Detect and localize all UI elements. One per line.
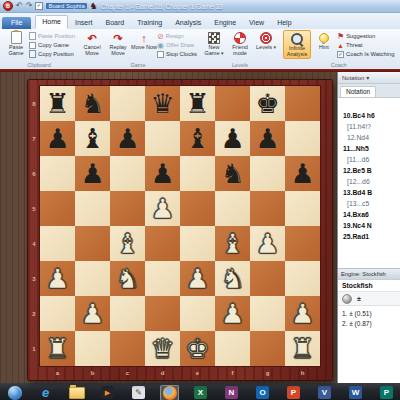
target-icon xyxy=(260,32,272,44)
square-g6[interactable] xyxy=(250,156,285,191)
rank-label-1: 1 xyxy=(28,331,40,366)
white-pawn: ♟ xyxy=(75,296,110,331)
infinite-analysis-label: Infinite Analysis xyxy=(284,45,310,57)
taskbar-visio[interactable]: V xyxy=(315,385,334,400)
cancel-move-arrow-icon: ↶ xyxy=(87,31,96,44)
lightbulb-icon xyxy=(319,33,329,43)
white-pawn: ♟ xyxy=(145,191,180,226)
file-label-f: f xyxy=(215,367,250,378)
square-d5[interactable]: ♟ xyxy=(145,191,180,226)
taskbar-excel[interactable]: X xyxy=(191,385,210,400)
rank-label-6: 6 xyxy=(28,156,40,191)
square-h2[interactable]: ♟ xyxy=(285,296,320,331)
white-queen: ♛ xyxy=(145,331,180,366)
coach-group-label: Coach xyxy=(283,62,394,69)
resign-icon: ⊘ xyxy=(157,32,164,41)
chevron-down-icon: ▾ xyxy=(366,74,369,81)
notation-tab-strip: Notation xyxy=(338,84,400,98)
onenote-icon: N xyxy=(225,386,238,399)
square-d6[interactable]: ♟ xyxy=(145,156,180,191)
square-c6[interactable] xyxy=(110,156,145,191)
offer-draw-label: Offer Draw xyxy=(166,42,194,48)
tab-help[interactable]: Help xyxy=(271,17,297,29)
taskbar-firefox[interactable] xyxy=(160,385,179,400)
visio-icon: V xyxy=(318,386,331,399)
paste-position-button[interactable]: Paste Position xyxy=(29,32,75,40)
replay-move-button[interactable]: ↷ Replay Move xyxy=(105,30,131,57)
square-a1[interactable]: ♜ xyxy=(40,331,75,366)
white-pawn: ♟ xyxy=(285,296,320,331)
right-panel: Notation ▾ Notation 10.Bc4 h6[11.h4!?12.… xyxy=(337,72,400,383)
start-button-icon xyxy=(8,386,22,400)
quick-access-badge: Board Sophia xyxy=(46,3,86,9)
paste-game-label: Paste Game xyxy=(3,44,29,56)
square-b4[interactable] xyxy=(75,226,110,261)
powerpoint-icon: P xyxy=(287,386,300,399)
notation-panel-header[interactable]: Notation ▾ xyxy=(338,72,400,84)
notation-move[interactable]: [11.h4!? xyxy=(343,121,400,132)
rank-label-2: 2 xyxy=(28,296,40,331)
square-e2[interactable] xyxy=(180,296,215,331)
file-label-d: d xyxy=(145,367,180,378)
file-label-g: g xyxy=(250,367,285,378)
clipboard-group-label: Clipboard xyxy=(3,62,75,69)
engine-sphere-icon[interactable] xyxy=(342,294,352,304)
square-h8[interactable] xyxy=(285,86,320,121)
square-g7[interactable]: ♟ xyxy=(250,121,285,156)
square-f8[interactable] xyxy=(215,86,250,121)
engine-line[interactable]: 2. ± (0.87) xyxy=(342,319,400,329)
square-a3[interactable]: ♟ xyxy=(40,261,75,296)
move-now-button[interactable]: ↑ Move Now xyxy=(131,30,157,51)
square-d4[interactable] xyxy=(145,226,180,261)
taskbar-media-player[interactable]: ▶ xyxy=(98,385,117,400)
copy-position-icon xyxy=(29,50,36,58)
notation-move-list: 10.Bc4 h6[11.h4!?12.Nd411...Nh5[11...d61… xyxy=(338,98,400,268)
resign-button[interactable]: ⊘ Resign xyxy=(157,32,197,40)
square-f3[interactable]: ♞ xyxy=(215,261,250,296)
copy-game-button[interactable]: Copy Game xyxy=(29,41,75,49)
white-pawn: ♟ xyxy=(40,261,75,296)
square-d1[interactable]: ♛ xyxy=(145,331,180,366)
main-area: 87654321 ♜♞♛♜♚♟♝♟♝♟♟♟♟♞♟♟♝♝♟♟♞♟♞♟♟♟♜♛♚♜ … xyxy=(0,72,400,383)
notation-move[interactable]: [13...c5 xyxy=(343,198,400,209)
square-g2[interactable] xyxy=(250,296,285,331)
new-game-button[interactable]: New Game ▾ xyxy=(201,30,227,58)
engine-name: Stockfish xyxy=(338,280,400,292)
title-bar: B ↶ ↷ Board Sophia ♞ Chapter 1 - Game 18… xyxy=(0,0,400,13)
group-database: Database xyxy=(396,30,400,69)
levels-button[interactable]: Levels ▾ xyxy=(253,30,279,52)
group-game: ↶ Cancel Move ↷ Replay Move ↑ Move Now ⊘… xyxy=(77,30,199,69)
rank-label-4: 4 xyxy=(28,226,40,261)
notation-move[interactable]: 25.Rad1 xyxy=(343,231,400,242)
app-icon[interactable]: B xyxy=(3,1,13,11)
taskbar-onenote[interactable]: N xyxy=(222,385,241,400)
square-f4[interactable]: ♝ xyxy=(215,226,250,261)
square-g4[interactable]: ♟ xyxy=(250,226,285,261)
taskbar-internet-explorer[interactable]: e xyxy=(36,385,55,400)
square-h5[interactable] xyxy=(285,191,320,226)
move-now-arrow-icon: ↑ xyxy=(141,31,147,44)
square-g1[interactable] xyxy=(250,331,285,366)
tab-file[interactable]: File xyxy=(2,17,31,29)
engine-toolbar: ± xyxy=(338,292,400,306)
clipboard-icon xyxy=(11,31,22,44)
paint-icon: ✎ xyxy=(132,386,145,399)
chevron-down-icon: ▾ xyxy=(273,44,276,50)
square-g3[interactable] xyxy=(250,261,285,296)
tab-view[interactable]: View xyxy=(243,17,270,29)
infinite-analysis-button[interactable]: Infinite Analysis xyxy=(283,30,311,59)
black-bishop: ♝ xyxy=(180,121,215,156)
square-g5[interactable] xyxy=(250,191,285,226)
taskbar-outlook[interactable]: O xyxy=(253,385,272,400)
window-title: Chapter 1 - Game 18, Chapter 1 Game 18 xyxy=(101,3,223,10)
black-rook: ♜ xyxy=(40,86,75,121)
checked-checkbox-icon xyxy=(337,51,344,58)
undo-icon[interactable]: ↶ xyxy=(16,1,23,11)
notation-move[interactable]: 19.Nc4 N xyxy=(343,220,400,231)
game-group-label: Game xyxy=(79,62,197,69)
white-knight: ♞ xyxy=(215,261,250,296)
black-pawn: ♟ xyxy=(215,121,250,156)
levels-group-label: Levels xyxy=(201,62,279,69)
stop-clocks-label: Stop Clocks xyxy=(166,51,197,57)
copy-position-label: Copy Position xyxy=(38,51,74,57)
cancel-move-label: Cancel Move xyxy=(79,44,105,56)
square-b8[interactable]: ♞ xyxy=(75,86,110,121)
square-c4[interactable]: ♝ xyxy=(110,226,145,261)
paste-game-button[interactable]: Paste Game xyxy=(3,30,29,57)
square-f6[interactable]: ♞ xyxy=(215,156,250,191)
notation-move[interactable]: 13.Bd4 B xyxy=(343,187,400,198)
square-c7[interactable]: ♟ xyxy=(110,121,145,156)
notation-move[interactable]: 10.Bc4 h6 xyxy=(343,110,400,121)
black-pawn: ♟ xyxy=(75,156,110,191)
square-h1[interactable]: ♜ xyxy=(285,331,320,366)
square-a2[interactable] xyxy=(40,296,75,331)
rank-labels: 87654321 xyxy=(28,86,40,366)
tab-notation[interactable]: Notation xyxy=(340,86,376,97)
rank-label-7: 7 xyxy=(28,121,40,156)
new-game-label: New Game xyxy=(204,44,219,56)
square-a5[interactable] xyxy=(40,191,75,226)
tab-analysis[interactable]: Analysis xyxy=(169,17,207,29)
suggestion-button[interactable]: ⚑ Suggestion xyxy=(337,32,394,40)
internet-explorer-icon: e xyxy=(42,385,49,400)
square-h3[interactable] xyxy=(285,261,320,296)
square-e1[interactable]: ♚ xyxy=(180,331,215,366)
black-knight: ♞ xyxy=(75,86,110,121)
file-label-c: c xyxy=(110,367,145,378)
file-label-e: e xyxy=(180,367,215,378)
copy-game-checkbox-icon xyxy=(29,42,36,49)
group-coach: Infinite Analysis Hint ⚑ Suggestion ▲ Th… xyxy=(281,30,396,69)
square-f1[interactable] xyxy=(215,331,250,366)
square-d3[interactable] xyxy=(145,261,180,296)
eval-symbol: ± xyxy=(357,295,361,302)
square-e5[interactable] xyxy=(180,191,215,226)
flag-icon: ⚑ xyxy=(337,32,344,41)
application-window: B ↶ ↷ Board Sophia ♞ Chapter 1 - Game 18… xyxy=(0,0,400,400)
square-b3[interactable] xyxy=(75,261,110,296)
taskbar-file-explorer[interactable] xyxy=(67,385,86,400)
square-c5[interactable] xyxy=(110,191,145,226)
file-label-a: a xyxy=(40,367,75,378)
square-g8[interactable]: ♚ xyxy=(250,86,285,121)
rank-label-8: 8 xyxy=(28,86,40,121)
chess-board: ♜♞♛♜♚♟♝♟♝♟♟♟♟♞♟♟♝♝♟♟♞♟♞♟♟♟♜♛♚♜ xyxy=(40,86,320,366)
file-label-b: b xyxy=(75,367,110,378)
copy-position-button[interactable]: Copy Position xyxy=(29,50,75,58)
square-b7[interactable]: ♝ xyxy=(75,121,110,156)
friend-mode-button[interactable]: Friend mode xyxy=(227,30,253,57)
square-b6[interactable]: ♟ xyxy=(75,156,110,191)
square-e4[interactable] xyxy=(180,226,215,261)
black-bishop: ♝ xyxy=(75,121,110,156)
windows-taskbar: e▶✎XNOPVWP xyxy=(0,383,400,400)
tab-home[interactable]: Home xyxy=(35,15,68,29)
engine-panel-header[interactable]: Engine: Stockfish xyxy=(338,268,400,280)
white-knight: ♞ xyxy=(110,261,145,296)
square-d8[interactable]: ♛ xyxy=(145,86,180,121)
publisher-icon: P xyxy=(380,386,393,399)
chevron-down-icon: ▾ xyxy=(221,50,224,56)
ribbon-tab-strip: FileHomeInsertBoardTrainingAnalysisEngin… xyxy=(0,13,400,29)
square-b2[interactable]: ♟ xyxy=(75,296,110,331)
stop-clocks-checkbox[interactable]: Stop Clocks xyxy=(157,50,197,58)
offer-draw-icon: ◉ xyxy=(157,41,164,50)
suggestion-label: Suggestion xyxy=(346,33,375,39)
tab-training[interactable]: Training xyxy=(131,17,168,29)
knight-document-icon: ♞ xyxy=(90,1,98,11)
redo-icon[interactable]: ↷ xyxy=(26,1,33,11)
rank-label-3: 3 xyxy=(28,261,40,296)
outlook-icon: O xyxy=(256,386,269,399)
square-c3[interactable]: ♞ xyxy=(110,261,145,296)
chessboard-icon xyxy=(208,32,220,44)
notation-move[interactable]: [12...d6 xyxy=(343,176,400,187)
word-icon: W xyxy=(349,386,362,399)
notation-move[interactable]: [11...d6 xyxy=(343,154,400,165)
white-bishop: ♝ xyxy=(215,226,250,261)
cancel-move-button[interactable]: ↶ Cancel Move xyxy=(79,30,105,57)
threat-label: Threat xyxy=(346,42,363,48)
stop-clocks-checkbox-icon xyxy=(157,51,164,58)
square-c2[interactable] xyxy=(110,296,145,331)
square-h7[interactable] xyxy=(285,121,320,156)
square-f7[interactable]: ♟ xyxy=(215,121,250,156)
levels-label: Levels xyxy=(256,44,272,50)
lifebuoy-icon xyxy=(234,32,246,44)
white-bishop: ♝ xyxy=(110,226,145,261)
notation-move[interactable]: 14.Bxa6 xyxy=(343,209,400,220)
square-a4[interactable] xyxy=(40,226,75,261)
file-labels: abcdefgh xyxy=(40,367,320,378)
square-e7[interactable]: ♝ xyxy=(180,121,215,156)
white-rook: ♜ xyxy=(285,331,320,366)
copy-game-label: Copy Game xyxy=(38,42,69,48)
taskbar-paint[interactable]: ✎ xyxy=(129,385,148,400)
square-h4[interactable] xyxy=(285,226,320,261)
tab-insert[interactable]: Insert xyxy=(69,17,99,29)
square-c8[interactable] xyxy=(110,86,145,121)
square-d7[interactable] xyxy=(145,121,180,156)
square-f5[interactable] xyxy=(215,191,250,226)
magnifier-icon xyxy=(291,33,303,45)
move-now-label: Move Now xyxy=(131,44,157,50)
taskbar-powerpoint[interactable]: P xyxy=(284,385,303,400)
replay-move-arrow-icon: ↷ xyxy=(113,31,122,44)
square-e8[interactable]: ♜ xyxy=(180,86,215,121)
white-king: ♚ xyxy=(180,331,215,366)
black-pawn: ♟ xyxy=(250,121,285,156)
file-explorer-icon xyxy=(69,387,85,399)
square-d2[interactable] xyxy=(145,296,180,331)
white-rook: ♜ xyxy=(40,331,75,366)
notation-panel-title: Notation xyxy=(342,75,364,81)
square-c1[interactable] xyxy=(110,331,145,366)
square-b5[interactable] xyxy=(75,191,110,226)
notation-move[interactable]: 12.Nd4 xyxy=(343,132,400,143)
black-pawn: ♟ xyxy=(285,156,320,191)
coach-is-watching-label: Coach Is Watching xyxy=(346,51,394,57)
square-h6[interactable]: ♟ xyxy=(285,156,320,191)
hint-button[interactable]: Hint xyxy=(311,30,337,51)
engine-line[interactable]: 1. ± (0.51) xyxy=(342,309,400,319)
excel-icon: X xyxy=(194,386,207,399)
square-b1[interactable] xyxy=(75,331,110,366)
black-queen: ♛ xyxy=(145,86,180,121)
square-e6[interactable] xyxy=(180,156,215,191)
tab-board[interactable]: Board xyxy=(99,17,130,29)
taskbar-word[interactable]: W xyxy=(346,385,365,400)
square-f2[interactable]: ♟ xyxy=(215,296,250,331)
tab-engine[interactable]: Engine xyxy=(208,17,242,29)
square-e3[interactable]: ♟ xyxy=(180,261,215,296)
resign-label: Resign xyxy=(166,33,184,39)
black-knight: ♞ xyxy=(215,156,250,191)
black-pawn: ♟ xyxy=(145,156,180,191)
page-icon xyxy=(29,32,36,40)
rank-label-5: 5 xyxy=(28,191,40,226)
warning-triangle-icon: ▲ xyxy=(337,42,344,49)
white-pawn: ♟ xyxy=(250,226,285,261)
notation-move[interactable]: 11...Nh5 xyxy=(343,143,400,154)
threat-button[interactable]: ▲ Threat xyxy=(337,41,394,49)
white-pawn: ♟ xyxy=(180,261,215,296)
notation-move[interactable]: 12.Be5 B xyxy=(343,165,400,176)
engine-eval-lines: 1. ± (0.51)2. ± (0.87) xyxy=(338,306,400,383)
group-levels: New Game ▾ Friend mode Levels ▾ Levels xyxy=(199,30,281,69)
offer-draw-button[interactable]: ◉ Offer Draw xyxy=(157,41,197,49)
quick-access-checkbox-icon[interactable] xyxy=(35,2,43,10)
group-clipboard: Paste Game Paste Position Copy Game Copy… xyxy=(1,30,77,69)
chess-board-frame: 87654321 ♜♞♛♜♚♟♝♟♝♟♟♟♟♞♟♟♝♝♟♟♞♟♞♟♟♟♜♛♚♜ … xyxy=(28,80,332,380)
black-pawn: ♟ xyxy=(110,121,145,156)
media-player-icon: ▶ xyxy=(101,386,114,399)
ribbon: Paste Game Paste Position Copy Game Copy… xyxy=(0,29,400,69)
coach-is-watching-checkbox[interactable]: Coach Is Watching xyxy=(337,50,394,58)
hint-label: Hint xyxy=(319,44,329,50)
black-pawn: ♟ xyxy=(40,121,75,156)
firefox-icon xyxy=(163,386,177,400)
file-label-h: h xyxy=(285,367,320,378)
paste-position-label: Paste Position xyxy=(38,33,75,39)
black-rook: ♜ xyxy=(180,86,215,121)
replay-move-label: Replay Move xyxy=(105,44,131,56)
taskbar-start-button[interactable] xyxy=(5,385,24,400)
white-pawn: ♟ xyxy=(215,296,250,331)
square-a8[interactable]: ♜ xyxy=(40,86,75,121)
friend-mode-label: Friend mode xyxy=(227,44,253,56)
square-a6[interactable] xyxy=(40,156,75,191)
square-a7[interactable]: ♟ xyxy=(40,121,75,156)
black-king: ♚ xyxy=(250,86,285,121)
taskbar-publisher[interactable]: P xyxy=(377,385,396,400)
